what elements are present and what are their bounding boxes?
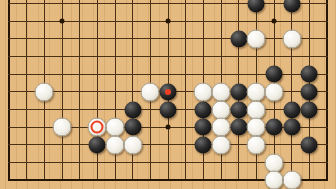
black-stone-Q7[interactable]: [266, 66, 283, 83]
white-stone-D4[interactable]: [53, 118, 72, 137]
white-stone-M6[interactable]: [194, 82, 213, 101]
black-stone-S5[interactable]: [301, 101, 318, 118]
black-stone-R5[interactable]: [283, 101, 300, 118]
star-point: [166, 125, 171, 130]
white-stone-H3[interactable]: [123, 135, 142, 154]
star-point: [272, 19, 277, 24]
black-stone-O5[interactable]: [230, 101, 247, 118]
black-stone-H5[interactable]: [124, 101, 141, 118]
black-stone-K5[interactable]: [160, 101, 177, 118]
white-stone-J6[interactable]: [141, 82, 160, 101]
black-stone-H4[interactable]: [124, 119, 141, 136]
grid-line-horizontal: [8, 38, 328, 39]
white-stone-P9[interactable]: [247, 29, 266, 48]
black-stone-O9[interactable]: [230, 30, 247, 47]
go-board-screenshot: [0, 0, 336, 189]
grid-line-horizontal: [8, 3, 328, 4]
grid-line-vertical: [79, 0, 80, 181]
black-stone-O6[interactable]: [230, 83, 247, 100]
black-stone-Q4[interactable]: [266, 119, 283, 136]
black-stone-S7[interactable]: [301, 66, 318, 83]
red-circle-move-marker: [91, 121, 104, 134]
white-stone-G4[interactable]: [106, 118, 125, 137]
white-stone-Q1[interactable]: [265, 171, 284, 189]
white-stone-N6[interactable]: [212, 82, 231, 101]
white-stone-P5[interactable]: [247, 100, 266, 119]
white-stone-P6[interactable]: [247, 82, 266, 101]
white-stone-P3[interactable]: [247, 135, 266, 154]
white-stone-N5[interactable]: [212, 100, 231, 119]
black-stone-M5[interactable]: [195, 101, 212, 118]
grid-line-vertical: [26, 0, 27, 181]
grid-line-vertical: [185, 0, 186, 181]
grid-line-vertical: [97, 0, 98, 181]
white-stone-P4[interactable]: [247, 118, 266, 137]
white-stone-N3[interactable]: [212, 135, 231, 154]
white-stone-R9[interactable]: [282, 29, 301, 48]
white-stone-C6[interactable]: [35, 82, 54, 101]
white-stone-R1[interactable]: [282, 171, 301, 189]
star-point: [166, 19, 171, 24]
grid-line-vertical: [291, 0, 292, 181]
black-stone-O4[interactable]: [230, 119, 247, 136]
black-stone-S3[interactable]: [301, 136, 318, 153]
white-stone-Q6[interactable]: [265, 82, 284, 101]
white-stone-Q2[interactable]: [265, 153, 284, 172]
last-move-red-dot-marker: [165, 89, 171, 95]
black-stone-F3[interactable]: [89, 136, 106, 153]
star-point: [60, 19, 65, 24]
black-stone-R11[interactable]: [283, 0, 300, 12]
grid-line-horizontal: [8, 56, 328, 57]
black-stone-R4[interactable]: [283, 119, 300, 136]
black-stone-S6[interactable]: [301, 83, 318, 100]
black-stone-P11[interactable]: [248, 0, 265, 12]
go-board[interactable]: [0, 0, 336, 189]
grid-line-horizontal: [8, 144, 328, 145]
white-stone-N4[interactable]: [212, 118, 231, 137]
black-stone-M3[interactable]: [195, 136, 212, 153]
grid-line-vertical: [62, 0, 63, 181]
black-stone-M4[interactable]: [195, 119, 212, 136]
white-stone-G3[interactable]: [106, 135, 125, 154]
